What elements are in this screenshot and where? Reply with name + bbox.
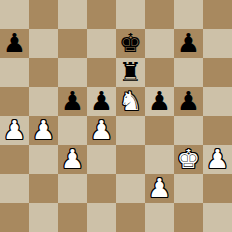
square-b6[interactable] <box>29 58 58 87</box>
black-rook[interactable]: ♜ <box>119 59 142 85</box>
black-pawn[interactable]: ♟ <box>90 88 113 114</box>
square-h6[interactable] <box>203 58 232 87</box>
square-b4[interactable]: ♟ <box>29 116 58 145</box>
square-c6[interactable] <box>58 58 87 87</box>
square-h1[interactable] <box>203 203 232 232</box>
square-g6[interactable] <box>174 58 203 87</box>
square-b2[interactable] <box>29 174 58 203</box>
square-g4[interactable] <box>174 116 203 145</box>
white-pawn[interactable]: ♟ <box>61 146 84 172</box>
square-e8[interactable] <box>116 0 145 29</box>
black-king[interactable]: ♚ <box>119 30 142 56</box>
white-pawn[interactable]: ♟ <box>206 146 229 172</box>
square-a8[interactable] <box>0 0 29 29</box>
square-b7[interactable] <box>29 29 58 58</box>
square-e2[interactable] <box>116 174 145 203</box>
square-e7[interactable]: ♚ <box>116 29 145 58</box>
square-a1[interactable] <box>0 203 29 232</box>
square-a5[interactable] <box>0 87 29 116</box>
black-pawn[interactable]: ♟ <box>148 88 171 114</box>
square-b1[interactable] <box>29 203 58 232</box>
chess-board: ♟♚♟♜♟♟♞♟♟♟♟♟♟♚♟♟ <box>0 0 232 232</box>
square-d1[interactable] <box>87 203 116 232</box>
square-b8[interactable] <box>29 0 58 29</box>
square-e1[interactable] <box>116 203 145 232</box>
square-d7[interactable] <box>87 29 116 58</box>
square-c8[interactable] <box>58 0 87 29</box>
square-f6[interactable] <box>145 58 174 87</box>
white-pawn[interactable]: ♟ <box>90 117 113 143</box>
square-g7[interactable]: ♟ <box>174 29 203 58</box>
square-f3[interactable] <box>145 145 174 174</box>
square-e3[interactable] <box>116 145 145 174</box>
square-b3[interactable] <box>29 145 58 174</box>
square-c3[interactable]: ♟ <box>58 145 87 174</box>
square-f2[interactable]: ♟ <box>145 174 174 203</box>
white-pawn[interactable]: ♟ <box>3 117 26 143</box>
square-h2[interactable] <box>203 174 232 203</box>
square-c2[interactable] <box>58 174 87 203</box>
square-c5[interactable]: ♟ <box>58 87 87 116</box>
square-d4[interactable]: ♟ <box>87 116 116 145</box>
square-a6[interactable] <box>0 58 29 87</box>
square-e4[interactable] <box>116 116 145 145</box>
square-e6[interactable]: ♜ <box>116 58 145 87</box>
square-a4[interactable]: ♟ <box>0 116 29 145</box>
square-d2[interactable] <box>87 174 116 203</box>
square-h8[interactable] <box>203 0 232 29</box>
square-d8[interactable] <box>87 0 116 29</box>
square-d5[interactable]: ♟ <box>87 87 116 116</box>
square-c7[interactable] <box>58 29 87 58</box>
square-e5[interactable]: ♞ <box>116 87 145 116</box>
black-pawn[interactable]: ♟ <box>177 30 200 56</box>
square-g8[interactable] <box>174 0 203 29</box>
square-f1[interactable] <box>145 203 174 232</box>
black-pawn[interactable]: ♟ <box>3 30 26 56</box>
square-a7[interactable]: ♟ <box>0 29 29 58</box>
square-g3[interactable]: ♚ <box>174 145 203 174</box>
square-h4[interactable] <box>203 116 232 145</box>
square-g5[interactable]: ♟ <box>174 87 203 116</box>
square-d3[interactable] <box>87 145 116 174</box>
square-f5[interactable]: ♟ <box>145 87 174 116</box>
square-a3[interactable] <box>0 145 29 174</box>
square-c1[interactable] <box>58 203 87 232</box>
square-d6[interactable] <box>87 58 116 87</box>
square-h7[interactable] <box>203 29 232 58</box>
square-g2[interactable] <box>174 174 203 203</box>
square-h5[interactable] <box>203 87 232 116</box>
black-pawn[interactable]: ♟ <box>177 88 200 114</box>
white-pawn[interactable]: ♟ <box>32 117 55 143</box>
square-f4[interactable] <box>145 116 174 145</box>
white-king[interactable]: ♚ <box>177 146 200 172</box>
square-f8[interactable] <box>145 0 174 29</box>
square-h3[interactable]: ♟ <box>203 145 232 174</box>
square-f7[interactable] <box>145 29 174 58</box>
square-c4[interactable] <box>58 116 87 145</box>
white-knight[interactable]: ♞ <box>119 88 142 114</box>
square-b5[interactable] <box>29 87 58 116</box>
square-a2[interactable] <box>0 174 29 203</box>
white-pawn[interactable]: ♟ <box>148 175 171 201</box>
square-g1[interactable] <box>174 203 203 232</box>
black-pawn[interactable]: ♟ <box>61 88 84 114</box>
